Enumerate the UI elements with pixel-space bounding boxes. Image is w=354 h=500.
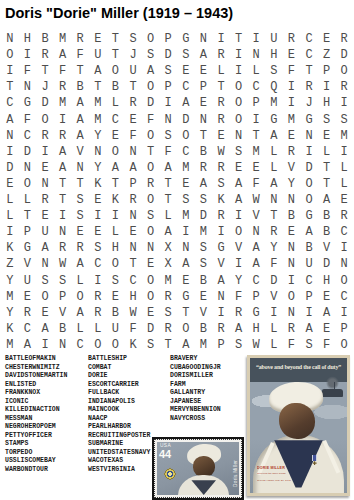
grid-cell: H bbox=[247, 321, 265, 337]
grid-cell: U bbox=[265, 31, 283, 47]
grid-cell: N bbox=[19, 79, 37, 95]
grid-cell: I bbox=[1, 224, 19, 240]
grid-cell: A bbox=[177, 95, 195, 111]
grid-cell: R bbox=[89, 289, 107, 305]
grid-cell: O bbox=[107, 256, 125, 272]
grid-cell: Y bbox=[1, 305, 19, 321]
grid-cell: O bbox=[19, 176, 37, 192]
grid-cell: S bbox=[195, 192, 213, 208]
grid-cell: O bbox=[335, 337, 353, 353]
grid-cell: I bbox=[54, 208, 72, 224]
word-search-worksheet: Doris "Dorie" Miller (1919 – 1943) NHBMR… bbox=[0, 0, 354, 500]
grid-cell: T bbox=[124, 256, 142, 272]
grid-cell: E bbox=[283, 224, 301, 240]
grid-cell: A bbox=[1, 112, 19, 128]
grid-cell: I bbox=[335, 305, 353, 321]
grid-cell: N bbox=[283, 240, 301, 256]
grid-cell: S bbox=[142, 337, 160, 353]
grid-cell: G bbox=[19, 95, 37, 111]
grid-cell: N bbox=[89, 144, 107, 160]
grid-cell: A bbox=[36, 240, 54, 256]
grid-cell: B bbox=[195, 321, 213, 337]
grid-cell: L bbox=[247, 63, 265, 79]
grid-cell: T bbox=[212, 79, 230, 95]
stamp-name-vertical: Doris Miller bbox=[233, 451, 238, 487]
word-list-item: BRAVERY bbox=[170, 355, 252, 364]
grid-cell: G bbox=[265, 112, 283, 128]
grid-cell: I bbox=[212, 305, 230, 321]
grid-cell: J bbox=[36, 79, 54, 95]
grid-cell: S bbox=[89, 240, 107, 256]
grid-cell: C bbox=[247, 273, 265, 289]
grid-cell: M bbox=[54, 31, 72, 47]
grid-cell: R bbox=[212, 47, 230, 63]
grid-cell: I bbox=[212, 31, 230, 47]
grid-cell: S bbox=[195, 256, 213, 272]
grid-cell: B bbox=[300, 240, 318, 256]
grid-cell: G bbox=[300, 208, 318, 224]
grid-cell: D bbox=[335, 47, 353, 63]
grid-cell: L bbox=[19, 192, 37, 208]
grid-cell: A bbox=[212, 273, 230, 289]
grid-cell: O bbox=[142, 128, 160, 144]
grid-cell: E bbox=[318, 31, 336, 47]
grid-cell: I bbox=[1, 63, 19, 79]
grid-cell: C bbox=[89, 256, 107, 272]
grid-cell: N bbox=[1, 128, 19, 144]
grid-cell: R bbox=[335, 208, 353, 224]
grid-cell: X bbox=[159, 240, 177, 256]
grid-cell: P bbox=[195, 79, 213, 95]
grid-cell: O bbox=[283, 289, 301, 305]
grid-cell: R bbox=[283, 31, 301, 47]
grid-cell: O bbox=[300, 176, 318, 192]
grid-cell: K bbox=[107, 192, 125, 208]
grid-cell: I bbox=[230, 208, 248, 224]
grid-cell: D bbox=[19, 144, 37, 160]
grid-cell: A bbox=[247, 240, 265, 256]
word-list-item: NAVYCROSS bbox=[170, 415, 252, 424]
grid-cell: F bbox=[283, 63, 301, 79]
grid-cell: S bbox=[36, 273, 54, 289]
grid-cell: S bbox=[177, 192, 195, 208]
grid-cell: A bbox=[300, 321, 318, 337]
grid-cell: M bbox=[1, 289, 19, 305]
word-list-item: INDIANAPOLIS bbox=[88, 398, 170, 407]
grid-cell: O bbox=[36, 112, 54, 128]
grid-cell: A bbox=[19, 337, 37, 353]
grid-cell: R bbox=[335, 31, 353, 47]
grid-cell: F bbox=[283, 337, 301, 353]
word-list-item: MESSMAN bbox=[5, 415, 87, 424]
grid-cell: I bbox=[159, 95, 177, 111]
grid-cell: I bbox=[1, 144, 19, 160]
grid-cell: R bbox=[142, 176, 160, 192]
grid-cell: F bbox=[318, 337, 336, 353]
word-list-item: ICONIC bbox=[5, 398, 87, 407]
grid-cell: I bbox=[54, 112, 72, 128]
grid-cell: T bbox=[177, 305, 195, 321]
grid-cell: O bbox=[142, 79, 160, 95]
grid-cell: L bbox=[71, 321, 89, 337]
grid-cell: P bbox=[159, 79, 177, 95]
grid-cell: D bbox=[318, 256, 336, 272]
grid-cell: T bbox=[159, 192, 177, 208]
grid-cell: P bbox=[54, 289, 72, 305]
word-list-item: MAINCOOK bbox=[88, 406, 170, 415]
grid-cell: N bbox=[71, 160, 89, 176]
grid-cell: A bbox=[318, 305, 336, 321]
grid-cell: S bbox=[300, 337, 318, 353]
grid-cell: N bbox=[54, 337, 72, 353]
grid-cell: K bbox=[124, 337, 142, 353]
grid-cell: P bbox=[335, 321, 353, 337]
grid-cell: T bbox=[71, 63, 89, 79]
grid-cell: P bbox=[300, 289, 318, 305]
grid-cell: D bbox=[159, 47, 177, 63]
grid-cell: C bbox=[300, 47, 318, 63]
grid-cell: N bbox=[247, 224, 265, 240]
grid-cell: B bbox=[36, 31, 54, 47]
grid-cell: O bbox=[142, 224, 160, 240]
grid-cell: G bbox=[247, 305, 265, 321]
grid-cell: R bbox=[195, 160, 213, 176]
grid-cell: S bbox=[159, 63, 177, 79]
word-list-item: NAACP bbox=[88, 415, 170, 424]
grid-cell: E bbox=[318, 128, 336, 144]
grid-cell: C bbox=[177, 79, 195, 95]
grid-cell: T bbox=[318, 160, 336, 176]
grid-cell: M bbox=[283, 112, 301, 128]
grid-cell: I bbox=[89, 273, 107, 289]
poster-navy-cross-medal-icon bbox=[312, 455, 317, 461]
grid-cell: I bbox=[283, 79, 301, 95]
grid-cell: R bbox=[212, 321, 230, 337]
grid-cell: V bbox=[283, 160, 301, 176]
grid-cell: P bbox=[212, 337, 230, 353]
grid-cell: D bbox=[142, 321, 160, 337]
grid-cell: N bbox=[247, 47, 265, 63]
grid-cell: V bbox=[71, 144, 89, 160]
grid-cell: T bbox=[124, 79, 142, 95]
grid-cell: U bbox=[107, 321, 125, 337]
grid-cell: M bbox=[54, 95, 72, 111]
grid-cell: E bbox=[318, 321, 336, 337]
grid-cell: L bbox=[265, 321, 283, 337]
grid-cell: E bbox=[36, 305, 54, 321]
grid-cell: R bbox=[300, 79, 318, 95]
grid-cell: T bbox=[107, 31, 125, 47]
poster-caption-line1: Received the Navy Cross bbox=[257, 472, 291, 475]
grid-cell: B bbox=[71, 79, 89, 95]
grid-cell: P bbox=[19, 224, 37, 240]
grid-cell: L bbox=[265, 337, 283, 353]
grid-cell: H bbox=[107, 240, 125, 256]
grid-cell: O bbox=[89, 337, 107, 353]
grid-cell: O bbox=[230, 95, 248, 111]
grid-cell: O bbox=[335, 63, 353, 79]
grid-cell: I bbox=[230, 47, 248, 63]
poster-artwork: “above and beyond the call of duty” DORI… bbox=[250, 358, 347, 493]
grid-cell: A bbox=[54, 47, 72, 63]
grid-cell: M bbox=[177, 160, 195, 176]
grid-cell: T bbox=[159, 176, 177, 192]
grid-cell: B bbox=[318, 224, 336, 240]
stamp-denomination: 44 bbox=[159, 448, 171, 460]
grid-cell: R bbox=[283, 144, 301, 160]
word-list-item: NEGROHEROPOEM bbox=[5, 423, 87, 432]
word-list-item: FARM bbox=[170, 381, 252, 390]
grid-cell: D bbox=[36, 95, 54, 111]
grid-cell: R bbox=[36, 128, 54, 144]
grid-cell: M bbox=[195, 337, 213, 353]
grid-cell: N bbox=[1, 31, 19, 47]
word-list-item: ESCORTCARRIER bbox=[88, 381, 170, 390]
word-list-item: DORISMILLER bbox=[170, 372, 252, 381]
grid-cell: D bbox=[265, 273, 283, 289]
grid-cell: J bbox=[300, 95, 318, 111]
grid-cell: H bbox=[124, 289, 142, 305]
grid-cell: K bbox=[212, 192, 230, 208]
word-list-item: BATTLESHIP bbox=[88, 355, 170, 364]
grid-cell: B bbox=[195, 144, 213, 160]
grid-cell: B bbox=[283, 208, 301, 224]
grid-cell: R bbox=[159, 289, 177, 305]
grid-cell: O bbox=[107, 144, 125, 160]
grid-cell: D bbox=[195, 208, 213, 224]
grid-cell: F bbox=[230, 289, 248, 305]
grid-cell: N bbox=[212, 289, 230, 305]
grid-cell: O bbox=[142, 273, 160, 289]
grid-cell: T bbox=[89, 79, 107, 95]
grid-cell: M bbox=[195, 224, 213, 240]
grid-cell: O bbox=[230, 112, 248, 128]
grid-cell: I bbox=[177, 224, 195, 240]
grid-cell: E bbox=[177, 176, 195, 192]
poster-caption: DORIE MILLER Received the Navy Cross at … bbox=[257, 466, 337, 486]
grid-cell: I bbox=[247, 112, 265, 128]
grid-cell: I bbox=[36, 337, 54, 353]
grid-cell: A bbox=[159, 160, 177, 176]
grid-cell: I bbox=[247, 31, 265, 47]
grid-cell: F bbox=[124, 321, 142, 337]
grid-cell: I bbox=[36, 144, 54, 160]
grid-cell: O bbox=[230, 79, 248, 95]
grid-cell: W bbox=[124, 305, 142, 321]
grid-cell: I bbox=[107, 208, 125, 224]
word-list-item: USSLISCOMEBAY bbox=[5, 457, 87, 466]
grid-cell: T bbox=[1, 79, 19, 95]
grid-cell: V bbox=[195, 305, 213, 321]
grid-cell: R bbox=[265, 224, 283, 240]
grid-cell: D bbox=[177, 112, 195, 128]
grid-cell: N bbox=[283, 305, 301, 321]
grid-cell: E bbox=[36, 160, 54, 176]
grid-cell: A bbox=[265, 176, 283, 192]
grid-cell: A bbox=[71, 95, 89, 111]
grid-cell: G bbox=[19, 240, 37, 256]
grid-cell: T bbox=[36, 63, 54, 79]
grid-cell: V bbox=[318, 240, 336, 256]
grid-cell: A bbox=[54, 144, 72, 160]
grid-cell: P bbox=[247, 289, 265, 305]
grid-cell: F bbox=[265, 256, 283, 272]
grid-cell: U bbox=[300, 256, 318, 272]
grid-cell: E bbox=[195, 95, 213, 111]
grid-cell: S bbox=[212, 176, 230, 192]
grid-cell: U bbox=[36, 224, 54, 240]
grid-cell: R bbox=[283, 321, 301, 337]
grid-cell: I bbox=[335, 240, 353, 256]
grid-cell: A bbox=[107, 160, 125, 176]
grid-cell: N bbox=[36, 256, 54, 272]
grid-cell: E bbox=[283, 128, 301, 144]
grid-cell: V bbox=[265, 289, 283, 305]
word-column-1: BATTLEOFMAKINCHESTERWNIMITZDAVIDSTONEMAR… bbox=[5, 355, 87, 474]
grid-cell: I bbox=[300, 144, 318, 160]
grid-cell: S bbox=[335, 112, 353, 128]
grid-cell: B bbox=[195, 273, 213, 289]
grid-cell: L bbox=[71, 273, 89, 289]
word-list-item: DORIE bbox=[88, 372, 170, 381]
grid-cell: L bbox=[1, 208, 19, 224]
grid-cell: M bbox=[1, 337, 19, 353]
grid-cell: W bbox=[212, 144, 230, 160]
grid-cell: E bbox=[195, 63, 213, 79]
grid-cell: E bbox=[89, 31, 107, 47]
grid-cell: A bbox=[71, 128, 89, 144]
word-list-item: BATTLEOFMAKIN bbox=[5, 355, 87, 364]
grid-cell: T bbox=[54, 176, 72, 192]
grid-cell: C bbox=[300, 273, 318, 289]
grid-cell: S bbox=[54, 273, 72, 289]
grid-cell: I bbox=[283, 273, 301, 289]
grid-cell: T bbox=[107, 176, 125, 192]
grid-cell: O bbox=[335, 273, 353, 289]
grid-cell: R bbox=[36, 192, 54, 208]
grid-cell: G bbox=[177, 289, 195, 305]
word-list-item: DAVIDSTONEMARTIN bbox=[5, 372, 87, 381]
poster-sailor-face bbox=[279, 403, 315, 439]
grid-cell: S bbox=[71, 208, 89, 224]
grid-cell: W bbox=[54, 256, 72, 272]
grid-cell: Y bbox=[89, 128, 107, 144]
grid-cell: O bbox=[107, 63, 125, 79]
doris-miller-stamp: USA 44 Doris Miller bbox=[152, 437, 244, 500]
grid-cell: M bbox=[177, 208, 195, 224]
grid-cell: R bbox=[89, 305, 107, 321]
grid-cell: I bbox=[335, 144, 353, 160]
grid-cell: C bbox=[1, 95, 19, 111]
grid-cell: N bbox=[124, 208, 142, 224]
grid-cell: F bbox=[142, 112, 160, 128]
grid-cell: O bbox=[107, 337, 125, 353]
poster-caption-title: DORIE MILLER bbox=[257, 466, 305, 470]
word-column-3: BRAVERYCUBAGOODINGJRDORISMILLERFARMGALLA… bbox=[170, 355, 252, 423]
grid-cell: O bbox=[142, 31, 160, 47]
grid-cell: Y bbox=[1, 273, 19, 289]
grid-cell: S bbox=[230, 337, 248, 353]
grid-cell: M bbox=[89, 95, 107, 111]
grid-cell: L bbox=[159, 208, 177, 224]
grid-cell: E bbox=[107, 128, 125, 144]
grid-cell: I bbox=[318, 79, 336, 95]
grid-cell: R bbox=[54, 79, 72, 95]
grid-cell: B bbox=[318, 208, 336, 224]
grid-cell: I bbox=[230, 63, 248, 79]
grid-cell: R bbox=[212, 208, 230, 224]
grid-cell: C bbox=[19, 321, 37, 337]
grid-cell: M bbox=[89, 112, 107, 128]
grid-cell: C bbox=[335, 289, 353, 305]
grid-cell: B bbox=[54, 321, 72, 337]
grid-cell: A bbox=[195, 47, 213, 63]
grid-cell: F bbox=[19, 112, 37, 128]
grid-cell: V bbox=[19, 256, 37, 272]
grid-cell: K bbox=[1, 321, 19, 337]
grid-cell: E bbox=[89, 224, 107, 240]
grid-cell: C bbox=[71, 337, 89, 353]
grid-cell: S bbox=[159, 305, 177, 321]
grid-cell: N bbox=[19, 160, 37, 176]
grid-cell: C bbox=[107, 112, 125, 128]
grid-cell: N bbox=[283, 256, 301, 272]
grid-cell: H bbox=[265, 47, 283, 63]
grid-cell: R bbox=[124, 192, 142, 208]
grid-cell: D bbox=[142, 95, 160, 111]
grid-cell: O bbox=[142, 192, 160, 208]
grid-cell: L bbox=[318, 144, 336, 160]
grid-cell: Q bbox=[265, 79, 283, 95]
grid-cell: E bbox=[124, 112, 142, 128]
grid-cell: C bbox=[19, 128, 37, 144]
grid-cell: R bbox=[212, 112, 230, 128]
ship-silhouette-icon bbox=[322, 389, 343, 397]
grid-cell: R bbox=[124, 95, 142, 111]
word-list-item: GALLANTRY bbox=[170, 389, 252, 398]
grid-cell: R bbox=[36, 47, 54, 63]
word-list-item: FRANKKNOX bbox=[5, 389, 87, 398]
grid-cell: A bbox=[36, 321, 54, 337]
grid-cell: U bbox=[124, 63, 142, 79]
grid-cell: O bbox=[230, 224, 248, 240]
grid-cell: E bbox=[318, 289, 336, 305]
grid-cell: T bbox=[195, 128, 213, 144]
grid-cell: L bbox=[107, 95, 125, 111]
word-list-item: FULLBACK bbox=[88, 389, 170, 398]
grid-cell: A bbox=[54, 160, 72, 176]
grid-cell: S bbox=[142, 47, 160, 63]
grid-cell: A bbox=[230, 192, 248, 208]
grid-cell: L bbox=[212, 63, 230, 79]
grid-cell: A bbox=[89, 63, 107, 79]
grid-cell: O bbox=[71, 289, 89, 305]
grid-cell: R bbox=[212, 95, 230, 111]
grid-cell: T bbox=[71, 176, 89, 192]
grid-cell: Z bbox=[1, 256, 19, 272]
grid-cell: E bbox=[247, 160, 265, 176]
grid-cell: V bbox=[247, 208, 265, 224]
poster-quote: “above and beyond the call of duty” bbox=[250, 364, 347, 370]
grid-cell: C bbox=[247, 79, 265, 95]
grid-cell: A bbox=[300, 224, 318, 240]
grid-cell: F bbox=[54, 63, 72, 79]
grid-cell: A bbox=[230, 321, 248, 337]
page-title: Doris "Dorie" Miller (1919 – 1943) bbox=[5, 5, 233, 21]
grid-cell: T bbox=[247, 128, 265, 144]
grid-cell: C bbox=[335, 224, 353, 240]
grid-cell: I bbox=[265, 305, 283, 321]
